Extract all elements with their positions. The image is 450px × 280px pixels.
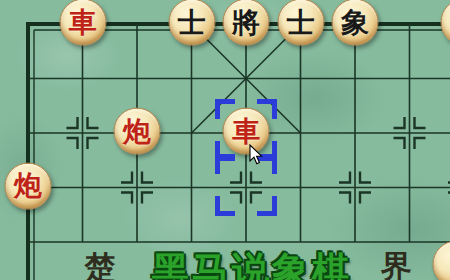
watermark-text: 黑马说象棋: [152, 246, 352, 280]
river-label-chu: 楚: [85, 247, 116, 280]
position-marker: [67, 138, 78, 149]
position-marker: [394, 117, 405, 128]
position-marker: [339, 172, 350, 183]
position-marker: [360, 193, 371, 204]
position-marker: [142, 193, 153, 204]
mouse-cursor: [249, 144, 263, 165]
position-marker: [121, 172, 132, 183]
position-marker: [142, 172, 153, 183]
position-marker: [121, 193, 132, 204]
piece-black-general[interactable]: 將: [223, 0, 270, 46]
piece-black-advisor-right[interactable]: 士: [277, 0, 324, 46]
position-marker: [394, 138, 405, 149]
selection-bracket-corner: [257, 196, 277, 216]
selection-bracket-corner: [257, 99, 277, 119]
piece-glyph: 士: [178, 8, 206, 36]
position-marker: [88, 117, 99, 128]
piece-glyph: 炮: [123, 117, 151, 145]
piece-glyph: 將: [232, 8, 260, 36]
selection-bracket-corner: [215, 154, 235, 174]
piece-red-cannon-b[interactable]: 炮: [5, 162, 52, 209]
position-marker: [360, 172, 371, 183]
piece-glyph: 車: [69, 8, 97, 36]
piece-glyph: 炮: [14, 172, 42, 200]
position-marker: [415, 138, 426, 149]
river-label-jie: 界: [381, 246, 412, 280]
piece-glyph: 象: [341, 8, 369, 36]
position-marker: [415, 117, 426, 128]
piece-glyph: 士: [287, 8, 315, 36]
xiangqi-board[interactable]: 楚 界 黑马说象棋 車士將士象炮車炮: [0, 0, 450, 280]
selection-bracket-corner: [215, 99, 235, 119]
piece-black-elephant[interactable]: 象: [332, 0, 379, 46]
position-marker: [67, 117, 78, 128]
selection-bracket-corner: [215, 196, 235, 216]
piece-black-advisor-left[interactable]: 士: [168, 0, 215, 46]
position-marker: [88, 138, 99, 149]
position-marker: [339, 193, 350, 204]
selection-bracket: [215, 99, 277, 161]
selection-bracket: [215, 154, 277, 216]
piece-red-cannon-a[interactable]: 炮: [114, 108, 161, 155]
piece-red-chariot-a[interactable]: 車: [59, 0, 106, 46]
